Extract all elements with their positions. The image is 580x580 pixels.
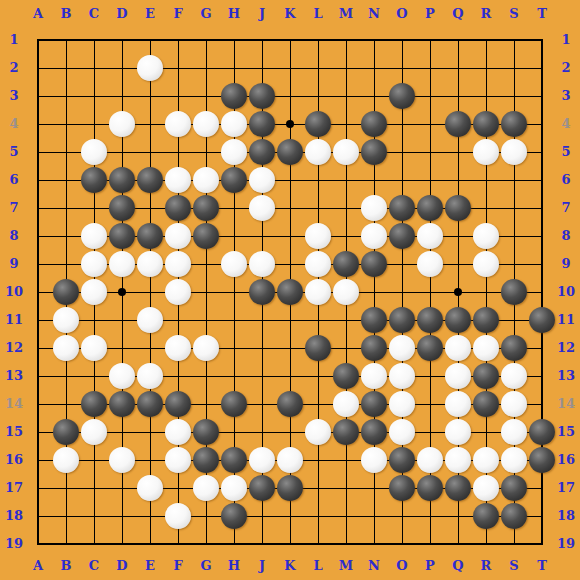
row-label-left: 8 bbox=[2, 228, 26, 244]
white-stone bbox=[221, 111, 247, 137]
row-label-right: 7 bbox=[554, 200, 578, 216]
row-label-left: 15 bbox=[2, 424, 26, 440]
white-stone bbox=[389, 335, 415, 361]
white-stone bbox=[501, 447, 527, 473]
black-stone bbox=[277, 279, 303, 305]
star-point bbox=[286, 120, 294, 128]
go-board[interactable]: AABBCCDDEEFFGGHHJJKKLLMMNNOOPPQQRRSSTT11… bbox=[0, 0, 580, 580]
row-label-right: 1 bbox=[554, 32, 578, 48]
black-stone bbox=[249, 475, 275, 501]
white-stone bbox=[361, 195, 387, 221]
white-stone bbox=[81, 251, 107, 277]
black-stone bbox=[417, 475, 443, 501]
black-stone bbox=[137, 167, 163, 193]
white-stone bbox=[221, 251, 247, 277]
column-label-top: A bbox=[28, 6, 48, 22]
white-stone bbox=[137, 363, 163, 389]
white-stone bbox=[305, 223, 331, 249]
column-label-top: J bbox=[252, 6, 272, 22]
white-stone bbox=[165, 279, 191, 305]
white-stone bbox=[193, 475, 219, 501]
white-stone bbox=[389, 419, 415, 445]
white-stone bbox=[193, 167, 219, 193]
black-stone bbox=[389, 475, 415, 501]
row-label-right: 5 bbox=[554, 144, 578, 160]
row-label-right: 8 bbox=[554, 228, 578, 244]
black-stone bbox=[109, 195, 135, 221]
white-stone bbox=[53, 307, 79, 333]
white-stone bbox=[137, 475, 163, 501]
black-stone bbox=[361, 335, 387, 361]
white-stone bbox=[473, 335, 499, 361]
white-stone bbox=[417, 447, 443, 473]
white-stone bbox=[333, 139, 359, 165]
row-label-left: 13 bbox=[2, 368, 26, 384]
column-label-bottom: G bbox=[196, 558, 216, 574]
white-stone bbox=[109, 251, 135, 277]
black-stone bbox=[501, 111, 527, 137]
black-stone bbox=[473, 391, 499, 417]
column-label-bottom: T bbox=[532, 558, 552, 574]
column-label-top: R bbox=[476, 6, 496, 22]
white-stone bbox=[361, 223, 387, 249]
white-stone bbox=[165, 335, 191, 361]
white-stone bbox=[361, 363, 387, 389]
column-label-bottom: D bbox=[112, 558, 132, 574]
black-stone bbox=[221, 167, 247, 193]
column-label-bottom: K bbox=[280, 558, 300, 574]
row-label-right: 18 bbox=[554, 508, 578, 524]
black-stone bbox=[193, 223, 219, 249]
column-label-bottom: R bbox=[476, 558, 496, 574]
row-label-right: 2 bbox=[554, 60, 578, 76]
black-stone bbox=[501, 335, 527, 361]
white-stone bbox=[445, 363, 471, 389]
row-label-right: 9 bbox=[554, 256, 578, 272]
black-stone bbox=[53, 279, 79, 305]
white-stone bbox=[473, 251, 499, 277]
white-stone bbox=[473, 139, 499, 165]
white-stone bbox=[165, 447, 191, 473]
column-label-top: T bbox=[532, 6, 552, 22]
white-stone bbox=[165, 223, 191, 249]
black-stone bbox=[137, 223, 163, 249]
black-stone bbox=[529, 447, 555, 473]
white-stone bbox=[109, 447, 135, 473]
white-stone bbox=[445, 419, 471, 445]
black-stone bbox=[109, 223, 135, 249]
column-label-top: K bbox=[280, 6, 300, 22]
grid-line-horizontal bbox=[37, 516, 543, 517]
column-label-bottom: H bbox=[224, 558, 244, 574]
black-stone bbox=[221, 503, 247, 529]
black-stone bbox=[361, 111, 387, 137]
white-stone bbox=[165, 111, 191, 137]
black-stone bbox=[249, 111, 275, 137]
white-stone bbox=[473, 475, 499, 501]
black-stone bbox=[445, 195, 471, 221]
row-label-left: 17 bbox=[2, 480, 26, 496]
column-label-top: L bbox=[308, 6, 328, 22]
white-stone bbox=[501, 391, 527, 417]
row-label-left: 1 bbox=[2, 32, 26, 48]
black-stone bbox=[221, 83, 247, 109]
black-stone bbox=[417, 195, 443, 221]
black-stone bbox=[165, 195, 191, 221]
black-stone bbox=[277, 391, 303, 417]
white-stone bbox=[333, 279, 359, 305]
white-stone bbox=[501, 419, 527, 445]
white-stone bbox=[193, 335, 219, 361]
black-stone bbox=[305, 111, 331, 137]
white-stone bbox=[193, 111, 219, 137]
white-stone bbox=[165, 419, 191, 445]
white-stone bbox=[137, 251, 163, 277]
black-stone bbox=[81, 167, 107, 193]
white-stone bbox=[389, 391, 415, 417]
white-stone bbox=[249, 251, 275, 277]
white-stone bbox=[417, 251, 443, 277]
row-label-right: 11 bbox=[554, 312, 578, 328]
white-stone bbox=[109, 363, 135, 389]
black-stone bbox=[389, 447, 415, 473]
white-stone bbox=[501, 139, 527, 165]
column-label-top: S bbox=[504, 6, 524, 22]
column-label-top: F bbox=[168, 6, 188, 22]
white-stone bbox=[305, 139, 331, 165]
black-stone bbox=[361, 391, 387, 417]
column-label-bottom: S bbox=[504, 558, 524, 574]
row-label-left: 9 bbox=[2, 256, 26, 272]
white-stone bbox=[249, 167, 275, 193]
white-stone bbox=[445, 335, 471, 361]
white-stone bbox=[389, 363, 415, 389]
grid-line-horizontal bbox=[37, 543, 543, 545]
white-stone bbox=[165, 503, 191, 529]
white-stone bbox=[501, 363, 527, 389]
white-stone bbox=[305, 279, 331, 305]
black-stone bbox=[249, 279, 275, 305]
column-label-bottom: Q bbox=[448, 558, 468, 574]
star-point bbox=[454, 288, 462, 296]
column-label-bottom: C bbox=[84, 558, 104, 574]
row-label-right: 17 bbox=[554, 480, 578, 496]
white-stone bbox=[81, 279, 107, 305]
black-stone bbox=[361, 307, 387, 333]
row-label-right: 10 bbox=[554, 284, 578, 300]
column-label-top: H bbox=[224, 6, 244, 22]
black-stone bbox=[389, 307, 415, 333]
black-stone bbox=[417, 307, 443, 333]
black-stone bbox=[249, 83, 275, 109]
row-label-left: 16 bbox=[2, 452, 26, 468]
white-stone bbox=[221, 139, 247, 165]
column-label-bottom: O bbox=[392, 558, 412, 574]
column-label-top: E bbox=[140, 6, 160, 22]
column-label-bottom: E bbox=[140, 558, 160, 574]
black-stone bbox=[417, 335, 443, 361]
row-label-right: 4 bbox=[554, 116, 578, 132]
white-stone bbox=[249, 447, 275, 473]
row-label-left: 2 bbox=[2, 60, 26, 76]
row-label-right: 14 bbox=[554, 396, 578, 412]
black-stone bbox=[389, 223, 415, 249]
white-stone bbox=[137, 307, 163, 333]
black-stone bbox=[333, 251, 359, 277]
black-stone bbox=[501, 475, 527, 501]
column-label-top: O bbox=[392, 6, 412, 22]
black-stone bbox=[277, 475, 303, 501]
black-stone bbox=[221, 391, 247, 417]
white-stone bbox=[81, 139, 107, 165]
black-stone bbox=[193, 195, 219, 221]
white-stone bbox=[53, 447, 79, 473]
black-stone bbox=[193, 447, 219, 473]
row-label-left: 14 bbox=[2, 396, 26, 412]
column-label-bottom: B bbox=[56, 558, 76, 574]
row-label-right: 3 bbox=[554, 88, 578, 104]
column-label-bottom: A bbox=[28, 558, 48, 574]
white-stone bbox=[305, 251, 331, 277]
black-stone bbox=[529, 307, 555, 333]
star-point bbox=[118, 288, 126, 296]
row-label-left: 10 bbox=[2, 284, 26, 300]
black-stone bbox=[473, 111, 499, 137]
white-stone bbox=[109, 111, 135, 137]
row-label-left: 12 bbox=[2, 340, 26, 356]
black-stone bbox=[137, 391, 163, 417]
column-label-bottom: J bbox=[252, 558, 272, 574]
black-stone bbox=[445, 475, 471, 501]
black-stone bbox=[333, 363, 359, 389]
black-stone bbox=[361, 419, 387, 445]
black-stone bbox=[529, 419, 555, 445]
white-stone bbox=[81, 335, 107, 361]
white-stone bbox=[333, 391, 359, 417]
black-stone bbox=[501, 503, 527, 529]
white-stone bbox=[249, 195, 275, 221]
column-label-bottom: P bbox=[420, 558, 440, 574]
black-stone bbox=[221, 447, 247, 473]
black-stone bbox=[473, 363, 499, 389]
white-stone bbox=[137, 55, 163, 81]
white-stone bbox=[165, 251, 191, 277]
column-label-bottom: N bbox=[364, 558, 384, 574]
black-stone bbox=[305, 335, 331, 361]
row-label-right: 13 bbox=[554, 368, 578, 384]
column-label-top: D bbox=[112, 6, 132, 22]
row-label-right: 12 bbox=[554, 340, 578, 356]
row-label-left: 19 bbox=[2, 536, 26, 552]
black-stone bbox=[389, 195, 415, 221]
white-stone bbox=[277, 447, 303, 473]
row-label-left: 4 bbox=[2, 116, 26, 132]
black-stone bbox=[445, 111, 471, 137]
black-stone bbox=[389, 83, 415, 109]
black-stone bbox=[165, 391, 191, 417]
black-stone bbox=[361, 139, 387, 165]
column-label-bottom: F bbox=[168, 558, 188, 574]
column-label-top: C bbox=[84, 6, 104, 22]
white-stone bbox=[417, 223, 443, 249]
column-label-top: M bbox=[336, 6, 356, 22]
column-label-bottom: M bbox=[336, 558, 356, 574]
row-label-right: 6 bbox=[554, 172, 578, 188]
white-stone bbox=[473, 223, 499, 249]
row-label-left: 3 bbox=[2, 88, 26, 104]
column-label-top: Q bbox=[448, 6, 468, 22]
black-stone bbox=[445, 307, 471, 333]
white-stone bbox=[165, 167, 191, 193]
row-label-left: 18 bbox=[2, 508, 26, 524]
black-stone bbox=[501, 279, 527, 305]
row-label-right: 15 bbox=[554, 424, 578, 440]
column-label-top: B bbox=[56, 6, 76, 22]
black-stone bbox=[53, 419, 79, 445]
column-label-bottom: L bbox=[308, 558, 328, 574]
row-label-left: 7 bbox=[2, 200, 26, 216]
black-stone bbox=[277, 139, 303, 165]
white-stone bbox=[221, 475, 247, 501]
black-stone bbox=[361, 251, 387, 277]
black-stone bbox=[193, 419, 219, 445]
row-label-left: 6 bbox=[2, 172, 26, 188]
black-stone bbox=[109, 391, 135, 417]
white-stone bbox=[81, 223, 107, 249]
black-stone bbox=[473, 503, 499, 529]
white-stone bbox=[445, 391, 471, 417]
white-stone bbox=[473, 447, 499, 473]
white-stone bbox=[53, 335, 79, 361]
row-label-right: 16 bbox=[554, 452, 578, 468]
black-stone bbox=[249, 139, 275, 165]
column-label-top: N bbox=[364, 6, 384, 22]
black-stone bbox=[109, 167, 135, 193]
row-label-left: 5 bbox=[2, 144, 26, 160]
white-stone bbox=[445, 447, 471, 473]
white-stone bbox=[361, 447, 387, 473]
white-stone bbox=[305, 419, 331, 445]
black-stone bbox=[333, 419, 359, 445]
black-stone bbox=[81, 391, 107, 417]
column-label-top: P bbox=[420, 6, 440, 22]
column-label-top: G bbox=[196, 6, 216, 22]
black-stone bbox=[473, 307, 499, 333]
white-stone bbox=[81, 419, 107, 445]
row-label-right: 19 bbox=[554, 536, 578, 552]
row-label-left: 11 bbox=[2, 312, 26, 328]
